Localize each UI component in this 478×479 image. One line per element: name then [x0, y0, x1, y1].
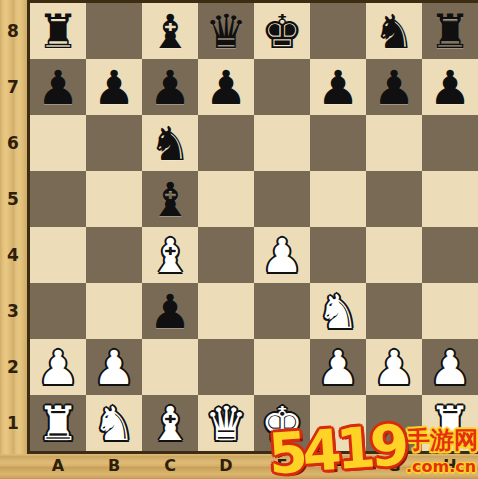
square-c8[interactable]: ♝	[142, 3, 198, 59]
square-h6[interactable]	[422, 115, 478, 171]
piece-white-pawn: ♟	[86, 339, 142, 395]
square-d8[interactable]: ♛	[198, 3, 254, 59]
square-h8[interactable]: ♜	[422, 3, 478, 59]
square-b6[interactable]	[86, 115, 142, 171]
piece-white-pawn: ♟	[366, 339, 422, 395]
chess-board-frame: ♜♝♛♚♞♜♟♟♟♟♟♟♟♞♝♝♟♟♞♟♟♟♟♟♜♞♝♛♚♜	[27, 0, 478, 454]
square-h2[interactable]: ♟	[422, 339, 478, 395]
square-d3[interactable]	[198, 283, 254, 339]
square-a1[interactable]: ♜	[30, 395, 86, 451]
rank-label-1: 1	[0, 395, 26, 451]
square-g2[interactable]: ♟	[366, 339, 422, 395]
square-f3[interactable]: ♞	[310, 283, 366, 339]
square-e4[interactable]: ♟	[254, 227, 310, 283]
square-f2[interactable]: ♟	[310, 339, 366, 395]
square-a2[interactable]: ♟	[30, 339, 86, 395]
square-c1[interactable]: ♝	[142, 395, 198, 451]
bottom-wood-strip: ABCDEFGH	[0, 454, 478, 479]
piece-black-pawn: ♟	[310, 59, 366, 115]
square-e1[interactable]: ♚	[254, 395, 310, 451]
rank-label-8: 8	[0, 3, 26, 59]
piece-black-rook: ♜	[422, 3, 478, 59]
piece-black-rook: ♜	[30, 3, 86, 59]
square-f4[interactable]	[310, 227, 366, 283]
square-b4[interactable]	[86, 227, 142, 283]
square-f6[interactable]	[310, 115, 366, 171]
square-a8[interactable]: ♜	[30, 3, 86, 59]
rank-label-3: 3	[0, 283, 26, 339]
square-c7[interactable]: ♟	[142, 59, 198, 115]
square-f7[interactable]: ♟	[310, 59, 366, 115]
square-g5[interactable]	[366, 171, 422, 227]
file-label-b: B	[86, 454, 142, 479]
piece-white-pawn: ♟	[310, 339, 366, 395]
square-b2[interactable]: ♟	[86, 339, 142, 395]
square-g6[interactable]	[366, 115, 422, 171]
piece-white-bishop: ♝	[142, 395, 198, 451]
chess-app-screenshot: ♜♝♛♚♞♜♟♟♟♟♟♟♟♞♝♝♟♟♞♟♟♟♟♟♜♞♝♛♚♜ 87654321 …	[0, 0, 478, 479]
square-c5[interactable]: ♝	[142, 171, 198, 227]
square-c4[interactable]: ♝	[142, 227, 198, 283]
piece-black-queen: ♛	[198, 3, 254, 59]
square-d4[interactable]	[198, 227, 254, 283]
square-g3[interactable]	[366, 283, 422, 339]
square-b5[interactable]	[86, 171, 142, 227]
rank-label-6: 6	[0, 115, 26, 171]
piece-black-pawn: ♟	[198, 59, 254, 115]
square-a5[interactable]	[30, 171, 86, 227]
file-coordinates: ABCDEFGH	[0, 454, 478, 479]
square-h5[interactable]	[422, 171, 478, 227]
rank-label-7: 7	[0, 59, 26, 115]
square-h1[interactable]: ♜	[422, 395, 478, 451]
square-b7[interactable]: ♟	[86, 59, 142, 115]
piece-white-rook: ♜	[30, 395, 86, 451]
piece-white-queen: ♛	[198, 395, 254, 451]
piece-black-bishop: ♝	[142, 171, 198, 227]
square-e3[interactable]	[254, 283, 310, 339]
piece-white-knight: ♞	[86, 395, 142, 451]
file-label-e: E	[254, 454, 310, 479]
piece-white-rook: ♜	[422, 395, 478, 451]
piece-black-knight: ♞	[142, 115, 198, 171]
square-e6[interactable]	[254, 115, 310, 171]
file-label-d: D	[198, 454, 254, 479]
square-d7[interactable]: ♟	[198, 59, 254, 115]
file-label-f: F	[310, 454, 366, 479]
square-g1[interactable]	[366, 395, 422, 451]
file-label-a: A	[30, 454, 86, 479]
piece-white-bishop: ♝	[142, 227, 198, 283]
square-c6[interactable]: ♞	[142, 115, 198, 171]
file-label-c: C	[142, 454, 198, 479]
piece-black-pawn: ♟	[422, 59, 478, 115]
square-a4[interactable]	[30, 227, 86, 283]
file-label-g: G	[366, 454, 422, 479]
piece-white-knight: ♞	[310, 283, 366, 339]
square-h3[interactable]	[422, 283, 478, 339]
chess-board: ♜♝♛♚♞♜♟♟♟♟♟♟♟♞♝♝♟♟♞♟♟♟♟♟♜♞♝♛♚♜	[30, 3, 478, 451]
square-b3[interactable]	[86, 283, 142, 339]
square-a6[interactable]	[30, 115, 86, 171]
square-e7[interactable]	[254, 59, 310, 115]
piece-black-pawn: ♟	[30, 59, 86, 115]
square-g7[interactable]: ♟	[366, 59, 422, 115]
piece-black-king: ♚	[254, 3, 310, 59]
square-c2[interactable]	[142, 339, 198, 395]
square-d2[interactable]	[198, 339, 254, 395]
square-f1[interactable]	[310, 395, 366, 451]
square-e5[interactable]	[254, 171, 310, 227]
piece-black-knight: ♞	[366, 3, 422, 59]
piece-white-pawn: ♟	[422, 339, 478, 395]
square-g8[interactable]: ♞	[366, 3, 422, 59]
piece-black-pawn: ♟	[86, 59, 142, 115]
square-f8[interactable]	[310, 3, 366, 59]
square-a7[interactable]: ♟	[30, 59, 86, 115]
piece-black-bishop: ♝	[142, 3, 198, 59]
piece-black-pawn: ♟	[366, 59, 422, 115]
piece-white-pawn: ♟	[30, 339, 86, 395]
square-d6[interactable]	[198, 115, 254, 171]
rank-label-5: 5	[0, 171, 26, 227]
square-d5[interactable]	[198, 171, 254, 227]
rank-label-2: 2	[0, 339, 26, 395]
piece-white-king: ♚	[254, 395, 310, 451]
square-c3[interactable]: ♟	[142, 283, 198, 339]
piece-black-pawn: ♟	[142, 59, 198, 115]
square-g4[interactable]	[366, 227, 422, 283]
piece-black-pawn: ♟	[142, 283, 198, 339]
square-h7[interactable]: ♟	[422, 59, 478, 115]
square-d1[interactable]: ♛	[198, 395, 254, 451]
square-b8[interactable]	[86, 3, 142, 59]
rank-label-4: 4	[0, 227, 26, 283]
square-e8[interactable]: ♚	[254, 3, 310, 59]
rank-coordinates: 87654321	[0, 0, 27, 454]
file-label-h: H	[422, 454, 478, 479]
piece-white-pawn: ♟	[254, 227, 310, 283]
square-f5[interactable]	[310, 171, 366, 227]
square-h4[interactable]	[422, 227, 478, 283]
square-a3[interactable]	[30, 283, 86, 339]
square-e2[interactable]	[254, 339, 310, 395]
square-b1[interactable]: ♞	[86, 395, 142, 451]
